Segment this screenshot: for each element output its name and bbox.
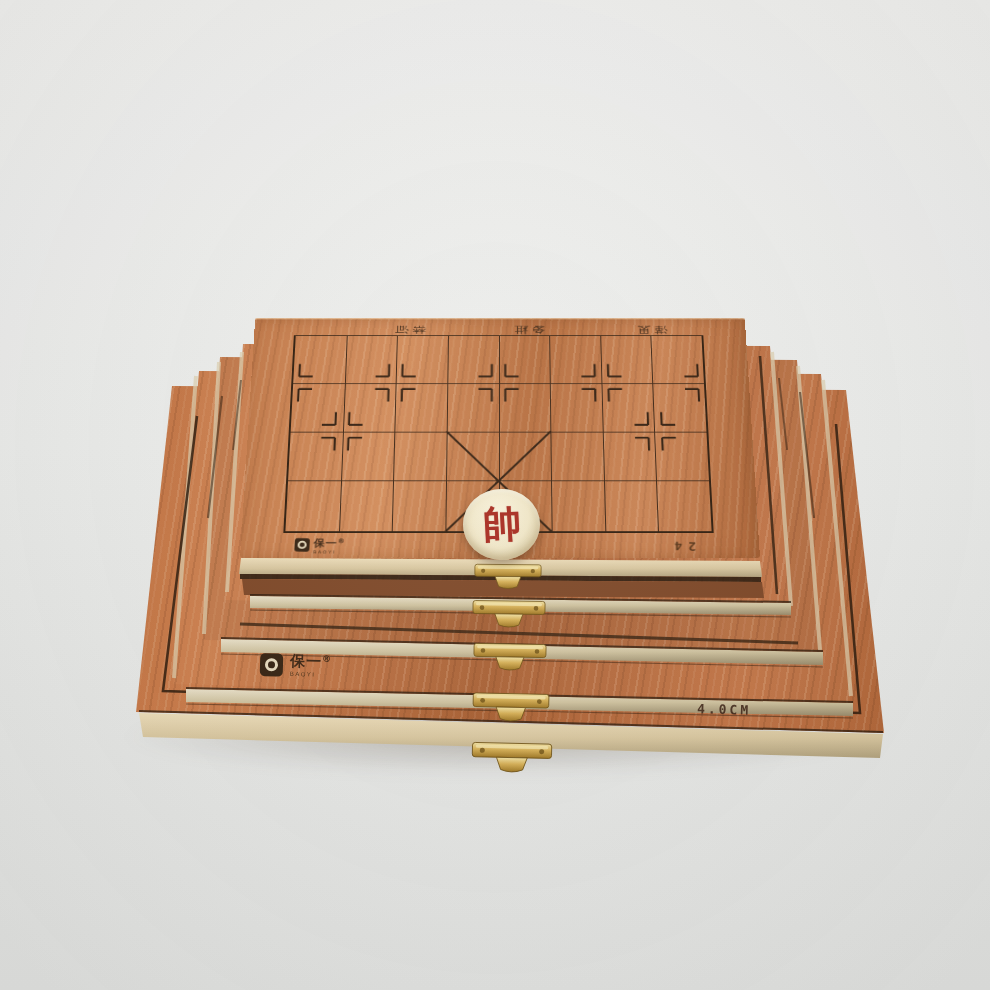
piece-character: 帥 [481,498,522,551]
scene: 楚河 象棋 漢界 保一® BAOYI [0,0,990,990]
river-band: 楚河 象棋 漢界 [294,321,703,335]
registered-mark: ® [322,654,332,664]
brand-romanized: BAOYI [313,549,345,554]
brand-name: 保一® [313,538,345,548]
river-text-right: 漢界 [626,326,675,336]
brand-romanized: BAOYI [290,671,332,678]
river-text-left: 楚河 [385,326,434,336]
brand-mark-icon [260,653,284,677]
size-stamp-24: 24 [669,539,697,553]
brand-name: 保一® [290,654,332,670]
piece-red-general[interactable]: 帥 [463,489,540,560]
thickness-stamp: 4.0CM [697,701,752,718]
brand-mark-icon [294,538,310,552]
brand-logo-top-board: 保一® BAOYI [294,538,346,554]
point-markers-icon [296,364,702,450]
registered-mark: ® [338,537,346,544]
river-text-center: 象棋 [504,326,553,336]
brand-logo-board-4: 保一® BAOYI [260,653,333,678]
